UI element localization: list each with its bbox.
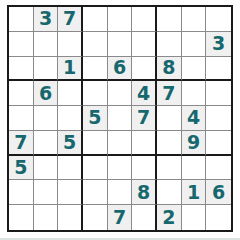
cell-r9c3[interactable] — [58, 205, 83, 230]
cell-r5c8[interactable]: 4 — [182, 106, 207, 131]
cell-r2c9[interactable]: 3 — [206, 32, 231, 57]
cell-r6c4[interactable] — [83, 131, 108, 156]
sudoku-board: 373168647574759581672 — [7, 5, 233, 232]
cell-r4c7[interactable]: 7 — [157, 81, 182, 106]
cell-r5c2[interactable] — [34, 106, 59, 131]
cell-r6c5[interactable] — [108, 131, 133, 156]
cell-r7c9[interactable] — [206, 156, 231, 181]
cell-r2c5[interactable] — [108, 32, 133, 57]
cell-r3c7[interactable]: 8 — [157, 57, 182, 82]
cell-r5c3[interactable] — [58, 106, 83, 131]
cell-r8c3[interactable] — [58, 180, 83, 205]
cell-r8c7[interactable] — [157, 180, 182, 205]
cell-r8c1[interactable] — [9, 180, 34, 205]
cell-r7c6[interactable] — [132, 156, 157, 181]
cell-r8c5[interactable] — [108, 180, 133, 205]
cell-r7c4[interactable] — [83, 156, 108, 181]
cell-r4c1[interactable] — [9, 81, 34, 106]
cell-r9c5[interactable]: 7 — [108, 205, 133, 230]
cell-r8c6[interactable]: 8 — [132, 180, 157, 205]
cell-r4c6[interactable]: 4 — [132, 81, 157, 106]
cell-r7c1[interactable]: 5 — [9, 156, 34, 181]
cell-r4c2[interactable]: 6 — [34, 81, 59, 106]
cell-r7c8[interactable] — [182, 156, 207, 181]
cell-r8c2[interactable] — [34, 180, 59, 205]
cell-r1c4[interactable] — [83, 7, 108, 32]
cell-r7c2[interactable] — [34, 156, 59, 181]
cell-r5c5[interactable] — [108, 106, 133, 131]
cell-r9c1[interactable] — [9, 205, 34, 230]
cell-r5c6[interactable]: 7 — [132, 106, 157, 131]
cell-r8c9[interactable]: 6 — [206, 180, 231, 205]
cell-r5c1[interactable] — [9, 106, 34, 131]
cell-r2c1[interactable] — [9, 32, 34, 57]
cell-r2c2[interactable] — [34, 32, 59, 57]
cell-r1c7[interactable] — [157, 7, 182, 32]
cell-r4c5[interactable] — [108, 81, 133, 106]
cell-r2c7[interactable] — [157, 32, 182, 57]
cell-r3c4[interactable] — [83, 57, 108, 82]
cell-r8c4[interactable] — [83, 180, 108, 205]
cell-r3c2[interactable] — [34, 57, 59, 82]
cell-r9c9[interactable] — [206, 205, 231, 230]
cell-r7c3[interactable] — [58, 156, 83, 181]
cell-r3c6[interactable] — [132, 57, 157, 82]
cell-r6c2[interactable] — [34, 131, 59, 156]
cell-r1c1[interactable] — [9, 7, 34, 32]
cell-r4c4[interactable] — [83, 81, 108, 106]
cell-r6c8[interactable]: 9 — [182, 131, 207, 156]
cell-r1c6[interactable] — [132, 7, 157, 32]
cell-r1c8[interactable] — [182, 7, 207, 32]
cell-r1c5[interactable] — [108, 7, 133, 32]
cell-r9c8[interactable] — [182, 205, 207, 230]
cell-r6c3[interactable]: 5 — [58, 131, 83, 156]
cell-r5c7[interactable] — [157, 106, 182, 131]
cell-r9c7[interactable]: 2 — [157, 205, 182, 230]
cell-r4c9[interactable] — [206, 81, 231, 106]
cell-r7c7[interactable] — [157, 156, 182, 181]
cell-r6c9[interactable] — [206, 131, 231, 156]
cell-r3c8[interactable] — [182, 57, 207, 82]
cell-r6c1[interactable]: 7 — [9, 131, 34, 156]
cell-r6c6[interactable] — [132, 131, 157, 156]
cell-r3c9[interactable] — [206, 57, 231, 82]
cell-r6c7[interactable] — [157, 131, 182, 156]
cell-r9c6[interactable] — [132, 205, 157, 230]
cell-r9c2[interactable] — [34, 205, 59, 230]
cell-r3c1[interactable] — [9, 57, 34, 82]
cell-r5c9[interactable] — [206, 106, 231, 131]
cell-r1c9[interactable] — [206, 7, 231, 32]
cell-r2c4[interactable] — [83, 32, 108, 57]
cell-r2c8[interactable] — [182, 32, 207, 57]
cell-r4c3[interactable] — [58, 81, 83, 106]
cell-r3c5[interactable]: 6 — [108, 57, 133, 82]
cell-r1c3[interactable]: 7 — [58, 7, 83, 32]
cell-r2c6[interactable] — [132, 32, 157, 57]
cell-r4c8[interactable] — [182, 81, 207, 106]
cell-r1c2[interactable]: 3 — [34, 7, 59, 32]
cell-r9c4[interactable] — [83, 205, 108, 230]
cell-r3c3[interactable]: 1 — [58, 57, 83, 82]
cell-r7c5[interactable] — [108, 156, 133, 181]
cell-r5c4[interactable]: 5 — [83, 106, 108, 131]
cell-r8c8[interactable]: 1 — [182, 180, 207, 205]
cell-r2c3[interactable] — [58, 32, 83, 57]
